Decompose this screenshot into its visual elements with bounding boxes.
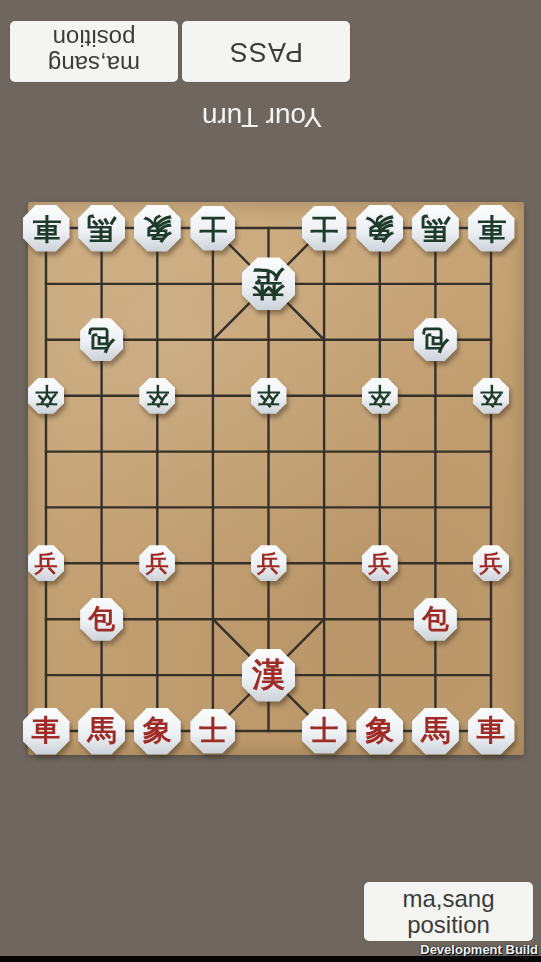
green-sang-glyph: 象 xyxy=(143,208,172,248)
piece-red-pawn[interactable]: 兵 xyxy=(251,545,287,581)
piece-red-po[interactable]: 包 xyxy=(80,598,123,641)
turn-status-label: Your Turn xyxy=(142,98,382,136)
red-sa-glyph: 士 xyxy=(310,712,338,750)
green-ma-glyph: 馬 xyxy=(87,208,116,248)
red-po-glyph: 包 xyxy=(422,601,449,637)
piece-red-sang[interactable]: 象 xyxy=(356,708,403,755)
piece-green-pawn[interactable]: 卒 xyxy=(473,378,509,414)
red-ma-glyph: 馬 xyxy=(421,711,450,751)
piece-green-pawn[interactable]: 卒 xyxy=(251,378,287,414)
masang-position-button-top[interactable]: ma,sang position xyxy=(10,21,178,82)
piece-red-king[interactable]: 漢 xyxy=(242,649,295,702)
red-cha-glyph: 車 xyxy=(477,711,506,751)
piece-red-sang[interactable]: 象 xyxy=(134,708,181,755)
piece-green-cha[interactable]: 車 xyxy=(23,205,70,252)
green-king-glyph: 楚 xyxy=(252,261,285,306)
red-ma-glyph: 馬 xyxy=(87,711,116,751)
button-label-line: position xyxy=(53,26,136,52)
piece-green-sang[interactable]: 象 xyxy=(356,205,403,252)
piece-red-sa[interactable]: 士 xyxy=(302,709,347,754)
masang-position-button-bottom[interactable]: ma,sang position xyxy=(364,882,533,941)
green-cha-glyph: 車 xyxy=(477,208,506,248)
red-po-glyph: 包 xyxy=(88,601,115,637)
piece-green-pawn[interactable]: 卒 xyxy=(139,378,175,414)
piece-red-ma[interactable]: 馬 xyxy=(412,708,459,755)
red-king-glyph: 漢 xyxy=(252,653,285,698)
piece-green-ma[interactable]: 馬 xyxy=(412,205,459,252)
red-cha-glyph: 車 xyxy=(32,711,61,751)
green-sa-glyph: 士 xyxy=(310,209,338,247)
piece-red-pawn[interactable]: 兵 xyxy=(28,545,64,581)
red-sang-glyph: 象 xyxy=(143,711,172,751)
development-build-watermark: Development Build xyxy=(420,942,538,957)
button-label: PASS xyxy=(229,37,303,66)
red-pawn-glyph: 兵 xyxy=(368,548,391,579)
piece-red-ma[interactable]: 馬 xyxy=(78,708,125,755)
red-sang-glyph: 象 xyxy=(365,711,394,751)
green-sa-glyph: 士 xyxy=(199,209,227,247)
piece-green-ma[interactable]: 馬 xyxy=(78,205,125,252)
button-label-line: position xyxy=(407,912,490,938)
button-label-line: ma,sang xyxy=(48,52,140,78)
janggi-board[interactable]: 車馬象士士象馬車楚包包卒卒卒卒卒兵兵兵兵兵包包漢車馬象士士象馬車 xyxy=(28,202,524,755)
red-sa-glyph: 士 xyxy=(199,712,227,750)
green-pawn-glyph: 卒 xyxy=(35,380,58,411)
piece-green-sa[interactable]: 士 xyxy=(302,206,347,251)
red-pawn-glyph: 兵 xyxy=(257,548,280,579)
piece-red-sa[interactable]: 士 xyxy=(190,709,235,754)
button-label-line: ma,sang xyxy=(402,886,494,912)
green-pawn-glyph: 卒 xyxy=(368,380,391,411)
green-sang-glyph: 象 xyxy=(365,208,394,248)
piece-green-sang[interactable]: 象 xyxy=(134,205,181,252)
piece-red-pawn[interactable]: 兵 xyxy=(139,545,175,581)
piece-green-cha[interactable]: 車 xyxy=(468,205,515,252)
green-cha-glyph: 車 xyxy=(32,208,61,248)
piece-green-king[interactable]: 楚 xyxy=(242,257,295,310)
red-pawn-glyph: 兵 xyxy=(480,548,503,579)
piece-green-po[interactable]: 包 xyxy=(414,318,457,361)
piece-green-pawn[interactable]: 卒 xyxy=(362,378,398,414)
green-ma-glyph: 馬 xyxy=(421,208,450,248)
red-pawn-glyph: 兵 xyxy=(35,548,58,579)
piece-red-cha[interactable]: 車 xyxy=(468,708,515,755)
piece-red-pawn[interactable]: 兵 xyxy=(473,545,509,581)
piece-green-po[interactable]: 包 xyxy=(80,318,123,361)
pass-button-top[interactable]: PASS xyxy=(182,21,350,82)
green-pawn-glyph: 卒 xyxy=(480,380,503,411)
piece-red-pawn[interactable]: 兵 xyxy=(362,545,398,581)
bottom-black-bar xyxy=(0,956,541,962)
green-po-glyph: 包 xyxy=(422,322,449,358)
janggi-app: ma,sang position PASS Your Turn xyxy=(0,0,541,962)
green-pawn-glyph: 卒 xyxy=(257,380,280,411)
piece-red-cha[interactable]: 車 xyxy=(23,708,70,755)
piece-green-sa[interactable]: 士 xyxy=(190,206,235,251)
piece-red-po[interactable]: 包 xyxy=(414,598,457,641)
red-pawn-glyph: 兵 xyxy=(146,548,169,579)
piece-green-pawn[interactable]: 卒 xyxy=(28,378,64,414)
green-pawn-glyph: 卒 xyxy=(146,380,169,411)
green-po-glyph: 包 xyxy=(88,322,115,358)
